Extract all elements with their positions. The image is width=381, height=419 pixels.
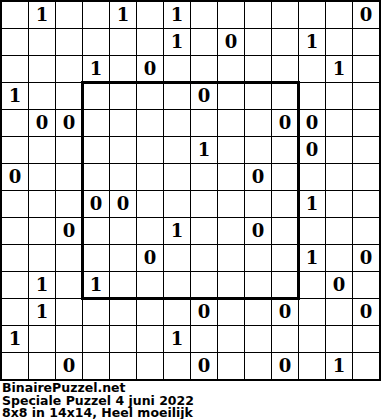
- cell-r9-c13: 0: [353, 245, 379, 271]
- cell-r7-c3: 0: [83, 191, 109, 217]
- cell-r0-c11[interactable]: [299, 2, 325, 28]
- cell-r2-c3: 1: [83, 56, 109, 82]
- cell-r7-c8[interactable]: [218, 191, 244, 217]
- cell-r2-c0[interactable]: [2, 56, 28, 82]
- cell-r10-c13[interactable]: [353, 272, 379, 298]
- cell-r6-c7[interactable]: [191, 164, 217, 190]
- cell-r7-c11: 1: [299, 191, 325, 217]
- cell-r9-c2[interactable]: [56, 245, 82, 271]
- cell-r11-c12[interactable]: [326, 299, 352, 325]
- board-wrap: 1110101101100000100000101001011010001100…: [0, 0, 381, 381]
- cell-r9-c4[interactable]: [110, 245, 136, 271]
- cell-r8-c9: 0: [245, 218, 271, 244]
- cell-r11-c10: 0: [272, 299, 298, 325]
- cell-r7-c4: 0: [110, 191, 136, 217]
- cell-r5-c11: 0: [299, 137, 325, 163]
- puzzle-page: 1110101101100000100000101001011010001100…: [0, 0, 381, 419]
- cell-r13-c8[interactable]: [218, 353, 244, 379]
- cell-r1-c5[interactable]: [137, 29, 163, 55]
- cell-r9-c11: 1: [299, 245, 325, 271]
- cell-r11-c2[interactable]: [56, 299, 82, 325]
- cell-r4-c7[interactable]: [191, 110, 217, 136]
- cell-r7-c13[interactable]: [353, 191, 379, 217]
- cell-r13-c2: 0: [56, 353, 82, 379]
- cell-r5-c7: 1: [191, 137, 217, 163]
- cell-r0-c5[interactable]: [137, 2, 163, 28]
- cell-r4-c11: 0: [299, 110, 325, 136]
- cell-r2-c9[interactable]: [245, 56, 271, 82]
- cell-r3-c3[interactable]: [83, 83, 109, 109]
- cell-r7-c5[interactable]: [137, 191, 163, 217]
- cell-r12-c3[interactable]: [83, 326, 109, 352]
- cell-r10-c4[interactable]: [110, 272, 136, 298]
- cell-r0-c4: 1: [110, 2, 136, 28]
- cell-r2-c8[interactable]: [218, 56, 244, 82]
- cell-r8-c4[interactable]: [110, 218, 136, 244]
- cell-r4-c10: 0: [272, 110, 298, 136]
- cell-r12-c7[interactable]: [191, 326, 217, 352]
- cell-r7-c12[interactable]: [326, 191, 352, 217]
- cell-r0-c2[interactable]: [56, 2, 82, 28]
- cell-r3-c4[interactable]: [110, 83, 136, 109]
- cell-r13-c10: 0: [272, 353, 298, 379]
- cell-r7-c9[interactable]: [245, 191, 271, 217]
- cell-r9-c7[interactable]: [191, 245, 217, 271]
- cell-r12-c5[interactable]: [137, 326, 163, 352]
- cell-r2-c1[interactable]: [29, 56, 55, 82]
- cell-r2-c6[interactable]: [164, 56, 190, 82]
- cell-r0-c10[interactable]: [272, 2, 298, 28]
- cell-r11-c1: 1: [29, 299, 55, 325]
- cell-r12-c4[interactable]: [110, 326, 136, 352]
- cell-r3-c12[interactable]: [326, 83, 352, 109]
- cell-r5-c6[interactable]: [164, 137, 190, 163]
- cell-r8-c8[interactable]: [218, 218, 244, 244]
- cell-r12-c11[interactable]: [299, 326, 325, 352]
- cell-r7-c1[interactable]: [29, 191, 55, 217]
- cell-r13-c11[interactable]: [299, 353, 325, 379]
- cell-r11-c9[interactable]: [245, 299, 271, 325]
- caption: BinairePuzzel.net Speciale Puzzel 4 juni…: [2, 382, 381, 419]
- cell-r6-c5[interactable]: [137, 164, 163, 190]
- cell-r8-c7[interactable]: [191, 218, 217, 244]
- cell-r0-c1: 1: [29, 2, 55, 28]
- cell-r11-c4[interactable]: [110, 299, 136, 325]
- cell-r6-c1[interactable]: [29, 164, 55, 190]
- cell-r3-c6[interactable]: [164, 83, 190, 109]
- cell-r11-c5[interactable]: [137, 299, 163, 325]
- cell-r5-c0[interactable]: [2, 137, 28, 163]
- cell-r6-c10[interactable]: [272, 164, 298, 190]
- cell-r10-c5[interactable]: [137, 272, 163, 298]
- cell-r8-c10[interactable]: [272, 218, 298, 244]
- cell-r3-c1[interactable]: [29, 83, 55, 109]
- cell-r13-c6[interactable]: [164, 353, 190, 379]
- cell-r2-c13[interactable]: [353, 56, 379, 82]
- cell-r1-c10[interactable]: [272, 29, 298, 55]
- cell-r8-c0[interactable]: [2, 218, 28, 244]
- cell-r10-c3: 1: [83, 272, 109, 298]
- cell-r0-c3[interactable]: [83, 2, 109, 28]
- cell-r5-c13[interactable]: [353, 137, 379, 163]
- cell-r0-c13: 0: [353, 2, 379, 28]
- cell-r13-c13[interactable]: [353, 353, 379, 379]
- cell-r6-c6[interactable]: [164, 164, 190, 190]
- cell-r10-c2[interactable]: [56, 272, 82, 298]
- cell-r8-c13[interactable]: [353, 218, 379, 244]
- cell-r3-c11[interactable]: [299, 83, 325, 109]
- cell-r10-c6[interactable]: [164, 272, 190, 298]
- cell-r4-c3[interactable]: [83, 110, 109, 136]
- cell-r3-c13[interactable]: [353, 83, 379, 109]
- cell-r6-c12[interactable]: [326, 164, 352, 190]
- cell-r11-c13: 0: [353, 299, 379, 325]
- cell-r13-c4[interactable]: [110, 353, 136, 379]
- cell-r1-c0[interactable]: [2, 29, 28, 55]
- cell-r12-c9[interactable]: [245, 326, 271, 352]
- cell-r0-c12[interactable]: [326, 2, 352, 28]
- cell-r5-c5[interactable]: [137, 137, 163, 163]
- cell-r1-c4[interactable]: [110, 29, 136, 55]
- cell-r3-c0: 1: [2, 83, 28, 109]
- cell-r9-c10[interactable]: [272, 245, 298, 271]
- cell-r13-c9[interactable]: [245, 353, 271, 379]
- cell-r5-c10[interactable]: [272, 137, 298, 163]
- cell-r13-c7: 0: [191, 353, 217, 379]
- cell-r13-c12: 1: [326, 353, 352, 379]
- cell-r9-c3[interactable]: [83, 245, 109, 271]
- cell-r7-c2[interactable]: [56, 191, 82, 217]
- cell-r1-c13[interactable]: [353, 29, 379, 55]
- cell-r8-c5[interactable]: [137, 218, 163, 244]
- cell-r0-c6: 1: [164, 2, 190, 28]
- cell-r13-c3[interactable]: [83, 353, 109, 379]
- cell-r9-c5: 0: [137, 245, 163, 271]
- cell-r5-c3[interactable]: [83, 137, 109, 163]
- cell-r0-c8[interactable]: [218, 2, 244, 28]
- cell-r4-c12[interactable]: [326, 110, 352, 136]
- cell-r0-c7[interactable]: [191, 2, 217, 28]
- cell-r1-c3[interactable]: [83, 29, 109, 55]
- cell-r10-c10[interactable]: [272, 272, 298, 298]
- cell-r12-c0: 1: [2, 326, 28, 352]
- cell-r7-c6[interactable]: [164, 191, 190, 217]
- cell-r5-c1[interactable]: [29, 137, 55, 163]
- cell-r12-c6: 1: [164, 326, 190, 352]
- cell-r5-c9[interactable]: [245, 137, 271, 163]
- cell-r12-c10[interactable]: [272, 326, 298, 352]
- cell-r11-c8[interactable]: [218, 299, 244, 325]
- cell-r13-c5[interactable]: [137, 353, 163, 379]
- cell-r4-c5[interactable]: [137, 110, 163, 136]
- cell-r9-c1[interactable]: [29, 245, 55, 271]
- cell-r2-c11[interactable]: [299, 56, 325, 82]
- cell-r3-c5[interactable]: [137, 83, 163, 109]
- cell-r2-c12: 1: [326, 56, 352, 82]
- cell-r2-c4[interactable]: [110, 56, 136, 82]
- cell-r11-c7: 0: [191, 299, 217, 325]
- cell-r6-c13[interactable]: [353, 164, 379, 190]
- cell-r5-c4[interactable]: [110, 137, 136, 163]
- cell-r2-c7[interactable]: [191, 56, 217, 82]
- cell-r12-c8[interactable]: [218, 326, 244, 352]
- cell-r1-c6: 1: [164, 29, 190, 55]
- cell-r9-c8[interactable]: [218, 245, 244, 271]
- cell-r4-c8[interactable]: [218, 110, 244, 136]
- cell-r4-c9[interactable]: [245, 110, 271, 136]
- cell-r8-c1[interactable]: [29, 218, 55, 244]
- cell-r1-c11: 1: [299, 29, 325, 55]
- cell-r8-c3[interactable]: [83, 218, 109, 244]
- cell-r11-c11[interactable]: [299, 299, 325, 325]
- cell-r9-c9[interactable]: [245, 245, 271, 271]
- cell-r13-c1[interactable]: [29, 353, 55, 379]
- cell-r10-c12: 0: [326, 272, 352, 298]
- cell-r4-c1: 0: [29, 110, 55, 136]
- cell-r0-c0[interactable]: [2, 2, 28, 28]
- puzzle-difficulty: 8x8 in 14x14, Heel moeilijk: [2, 407, 381, 419]
- cell-r2-c10[interactable]: [272, 56, 298, 82]
- cell-r8-c6: 1: [164, 218, 190, 244]
- cell-r10-c0[interactable]: [2, 272, 28, 298]
- cell-r10-c11[interactable]: [299, 272, 325, 298]
- cell-r9-c0[interactable]: [2, 245, 28, 271]
- cell-r10-c8[interactable]: [218, 272, 244, 298]
- cell-r5-c8[interactable]: [218, 137, 244, 163]
- cell-r0-c9[interactable]: [245, 2, 271, 28]
- cell-r3-c7: 0: [191, 83, 217, 109]
- cell-r4-c2: 0: [56, 110, 82, 136]
- cell-r3-c10[interactable]: [272, 83, 298, 109]
- cell-r6-c3[interactable]: [83, 164, 109, 190]
- cell-r5-c2[interactable]: [56, 137, 82, 163]
- cell-r4-c0[interactable]: [2, 110, 28, 136]
- cell-r6-c4[interactable]: [110, 164, 136, 190]
- cell-r6-c0: 0: [2, 164, 28, 190]
- cell-r9-c12[interactable]: [326, 245, 352, 271]
- cell-r2-c2[interactable]: [56, 56, 82, 82]
- cell-r7-c0[interactable]: [2, 191, 28, 217]
- cell-r10-c7[interactable]: [191, 272, 217, 298]
- cell-r11-c0[interactable]: [2, 299, 28, 325]
- cell-r5-c12[interactable]: [326, 137, 352, 163]
- cell-r3-c2[interactable]: [56, 83, 82, 109]
- cell-r8-c12[interactable]: [326, 218, 352, 244]
- cell-r13-c0[interactable]: [2, 353, 28, 379]
- cell-r8-c2: 0: [56, 218, 82, 244]
- cell-r7-c7[interactable]: [191, 191, 217, 217]
- cell-r6-c9: 0: [245, 164, 271, 190]
- cell-r1-c7[interactable]: [191, 29, 217, 55]
- cell-r4-c4[interactable]: [110, 110, 136, 136]
- cell-r10-c9[interactable]: [245, 272, 271, 298]
- cell-r1-c12[interactable]: [326, 29, 352, 55]
- cell-r3-c9[interactable]: [245, 83, 271, 109]
- cell-r12-c2[interactable]: [56, 326, 82, 352]
- cell-r11-c6[interactable]: [164, 299, 190, 325]
- cell-r6-c2[interactable]: [56, 164, 82, 190]
- cell-r3-c8[interactable]: [218, 83, 244, 109]
- cell-r1-c1[interactable]: [29, 29, 55, 55]
- cell-r11-c3[interactable]: [83, 299, 109, 325]
- cell-r6-c11[interactable]: [299, 164, 325, 190]
- cell-r12-c12[interactable]: [326, 326, 352, 352]
- cell-r12-c13[interactable]: [353, 326, 379, 352]
- cell-r8-c11[interactable]: [299, 218, 325, 244]
- cell-r9-c6[interactable]: [164, 245, 190, 271]
- cell-r4-c13[interactable]: [353, 110, 379, 136]
- cell-r1-c9[interactable]: [245, 29, 271, 55]
- cell-r12-c1[interactable]: [29, 326, 55, 352]
- cell-r1-c8: 0: [218, 29, 244, 55]
- cell-r6-c8[interactable]: [218, 164, 244, 190]
- cell-r10-c1: 1: [29, 272, 55, 298]
- cell-r1-c2[interactable]: [56, 29, 82, 55]
- binary-puzzle-board: 1110101101100000100000101001011010001100…: [0, 0, 381, 381]
- cell-r4-c6[interactable]: [164, 110, 190, 136]
- cell-r7-c10[interactable]: [272, 191, 298, 217]
- cell-r2-c5: 0: [137, 56, 163, 82]
